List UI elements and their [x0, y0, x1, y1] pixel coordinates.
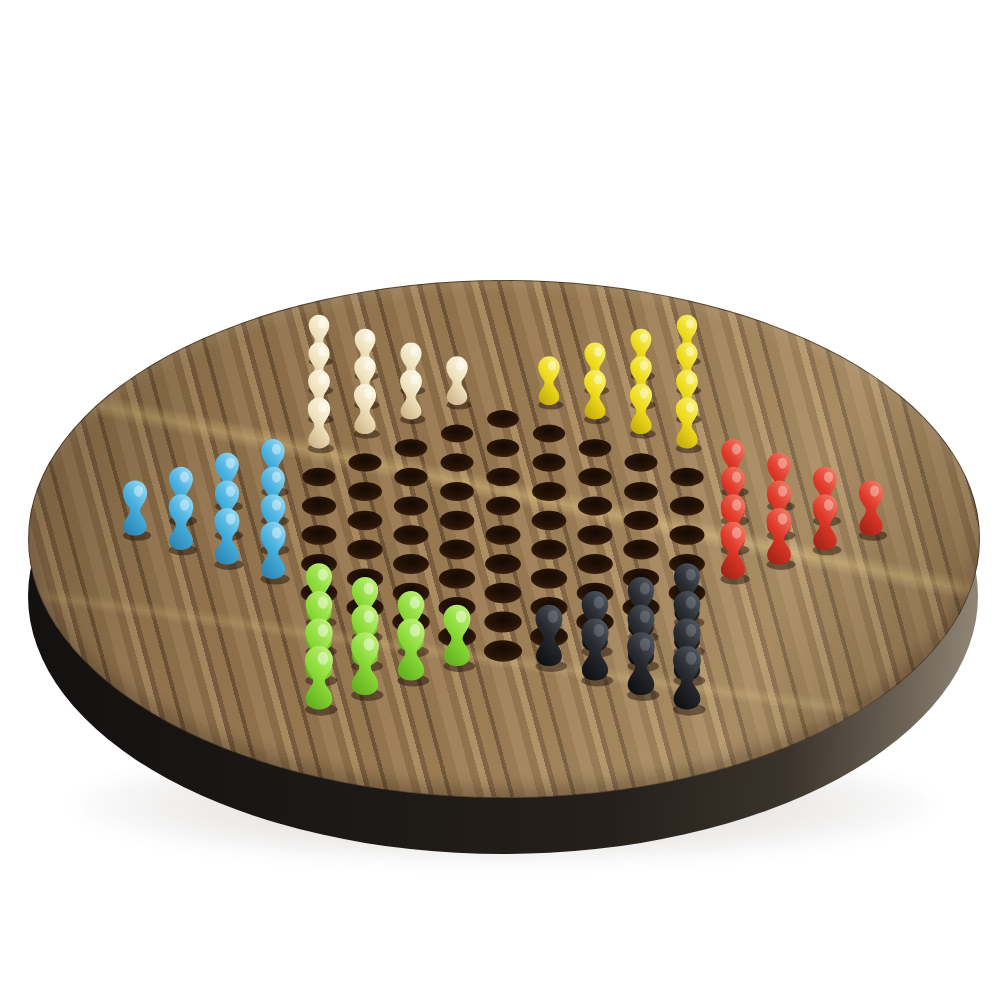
peg-highlight — [134, 485, 143, 496]
hole[interactable] — [485, 554, 521, 574]
hole[interactable] — [302, 468, 335, 487]
peg-highlight — [410, 596, 420, 608]
hole[interactable] — [670, 496, 704, 515]
hole[interactable] — [533, 453, 566, 471]
hole[interactable] — [577, 554, 613, 574]
peg-highlight — [594, 374, 602, 384]
peg-highlight — [732, 527, 742, 539]
peg-highlight — [640, 333, 648, 343]
hole[interactable] — [624, 511, 659, 530]
peg-highlight — [640, 361, 648, 371]
peg-highlight — [272, 499, 281, 510]
hole[interactable] — [486, 525, 521, 545]
peg-highlight — [456, 610, 466, 623]
hole[interactable] — [441, 425, 473, 443]
hole[interactable] — [578, 525, 613, 545]
hole[interactable] — [394, 496, 428, 515]
peg-highlight — [272, 472, 281, 483]
peg-highlight — [548, 361, 556, 371]
peg-highlight — [272, 527, 282, 539]
peg-highlight — [410, 624, 420, 637]
peg-highlight — [226, 513, 236, 525]
peg-highlight — [870, 485, 879, 496]
peg-highlight — [778, 513, 788, 525]
peg-highlight — [364, 610, 374, 623]
peg-natural[interactable] — [354, 384, 380, 439]
peg-highlight — [778, 485, 787, 496]
peg-natural[interactable] — [308, 398, 334, 454]
peg-highlight — [364, 361, 372, 371]
peg-highlight — [686, 652, 697, 665]
peg-highlight — [364, 333, 372, 343]
hole[interactable] — [394, 468, 427, 487]
hole[interactable] — [485, 583, 522, 604]
peg-highlight — [318, 374, 326, 384]
product-photo-scene — [0, 0, 1000, 1000]
peg-red[interactable] — [859, 480, 887, 540]
hole[interactable] — [670, 468, 703, 487]
peg-highlight — [272, 444, 281, 455]
hole[interactable] — [578, 468, 611, 487]
hole[interactable] — [484, 640, 522, 661]
peg-highlight — [226, 458, 235, 469]
peg-highlight — [318, 402, 327, 412]
peg-highlight — [640, 638, 651, 651]
hole[interactable] — [347, 540, 382, 560]
peg-highlight — [364, 638, 375, 651]
peg-highlight — [594, 624, 604, 637]
peg-highlight — [364, 388, 372, 398]
peg-highlight — [548, 610, 558, 623]
peg-highlight — [318, 652, 329, 665]
hole[interactable] — [578, 496, 612, 515]
peg-yellow[interactable] — [630, 384, 656, 439]
hole[interactable] — [441, 453, 474, 471]
peg-highlight — [226, 485, 235, 496]
hole[interactable] — [484, 612, 521, 633]
peg-highlight — [778, 458, 787, 469]
peg-highlight — [686, 624, 696, 637]
hole[interactable] — [395, 439, 428, 457]
peg-natural[interactable] — [400, 370, 425, 424]
hole[interactable] — [533, 425, 565, 443]
hole[interactable] — [625, 453, 658, 471]
peg-highlight — [732, 472, 741, 483]
hole[interactable] — [440, 511, 475, 530]
hole[interactable] — [532, 482, 566, 501]
peg-highlight — [364, 582, 374, 594]
peg-highlight — [456, 361, 464, 371]
hole[interactable] — [486, 496, 520, 515]
hole[interactable] — [348, 482, 382, 501]
peg-highlight — [732, 444, 741, 455]
hole[interactable] — [532, 511, 567, 530]
hole[interactable] — [439, 568, 475, 588]
peg-highlight — [686, 319, 694, 329]
hole[interactable] — [302, 496, 336, 515]
peg-highlight — [594, 596, 604, 608]
peg-yellow[interactable] — [538, 356, 563, 409]
hole[interactable] — [302, 525, 337, 545]
peg-highlight — [318, 319, 326, 329]
peg-highlight — [318, 347, 326, 357]
hole[interactable] — [670, 525, 705, 545]
hole[interactable] — [349, 453, 382, 471]
peg-blue[interactable] — [169, 494, 198, 555]
peg-red[interactable] — [813, 494, 842, 555]
peg-highlight — [686, 374, 694, 384]
peg-highlight — [318, 569, 328, 581]
hole[interactable] — [439, 540, 474, 560]
peg-highlight — [180, 499, 189, 510]
peg-yellow[interactable] — [676, 398, 702, 454]
peg-highlight — [640, 388, 648, 398]
peg-highlight — [732, 499, 741, 510]
board-holes-and-pegs — [0, 0, 1000, 1000]
peg-highlight — [318, 624, 328, 637]
hole[interactable] — [440, 482, 474, 501]
peg-highlight — [686, 569, 696, 581]
peg-natural[interactable] — [446, 356, 471, 409]
hole[interactable] — [348, 511, 383, 530]
peg-highlight — [640, 610, 650, 623]
peg-highlight — [686, 402, 695, 412]
hole[interactable] — [531, 568, 567, 588]
hole[interactable] — [486, 468, 519, 487]
peg-blue[interactable] — [123, 480, 151, 540]
peg-highlight — [594, 347, 602, 357]
hole[interactable] — [623, 540, 658, 560]
peg-highlight — [318, 596, 328, 608]
hole[interactable] — [531, 540, 566, 560]
peg-highlight — [180, 472, 189, 483]
peg-highlight — [410, 374, 418, 384]
peg-highlight — [640, 582, 650, 594]
peg-highlight — [686, 347, 694, 357]
peg-yellow[interactable] — [584, 370, 609, 424]
hole[interactable] — [394, 525, 429, 545]
peg-highlight — [824, 472, 833, 483]
hole[interactable] — [487, 439, 520, 457]
hole[interactable] — [393, 554, 429, 574]
peg-highlight — [686, 596, 696, 608]
peg-highlight — [410, 347, 418, 357]
hole[interactable] — [579, 439, 612, 457]
peg-highlight — [824, 499, 833, 510]
hole[interactable] — [624, 482, 658, 501]
hole[interactable] — [487, 410, 519, 428]
